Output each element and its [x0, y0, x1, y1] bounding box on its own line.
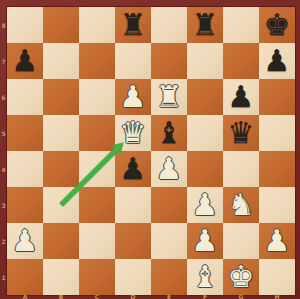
square-f3[interactable]: ♟	[187, 187, 223, 223]
piece-black-pawn[interactable]: ♟	[115, 151, 151, 187]
square-g7[interactable]	[223, 43, 259, 79]
rank-label-1: 1	[0, 274, 7, 281]
square-h5[interactable]	[259, 115, 295, 151]
piece-white-pawn[interactable]: ♟	[115, 79, 151, 115]
square-a2[interactable]: ♟	[7, 223, 43, 259]
piece-black-rook[interactable]: ♜	[187, 7, 223, 43]
square-b1[interactable]	[43, 259, 79, 295]
square-g1[interactable]: ♚	[223, 259, 259, 295]
square-f7[interactable]	[187, 43, 223, 79]
file-label-g: G	[223, 293, 259, 299]
file-label-f: F	[187, 293, 223, 299]
square-g6[interactable]: ♟	[223, 79, 259, 115]
square-g4[interactable]	[223, 151, 259, 187]
file-label-e: E	[151, 293, 187, 299]
rank-label-6: 6	[0, 94, 7, 101]
square-b2[interactable]	[43, 223, 79, 259]
square-c5[interactable]	[79, 115, 115, 151]
square-h6[interactable]	[259, 79, 295, 115]
square-c3[interactable]	[79, 187, 115, 223]
rank-label-7: 7	[0, 58, 7, 65]
square-d5[interactable]: ♛	[115, 115, 151, 151]
file-label-d: D	[115, 293, 151, 299]
square-e4[interactable]: ♟	[151, 151, 187, 187]
piece-black-rook[interactable]: ♜	[115, 7, 151, 43]
square-e5[interactable]: ♝	[151, 115, 187, 151]
square-b6[interactable]	[43, 79, 79, 115]
square-g5[interactable]: ♛	[223, 115, 259, 151]
square-a3[interactable]	[7, 187, 43, 223]
square-b3[interactable]	[43, 187, 79, 223]
rank-label-5: 5	[0, 130, 7, 137]
square-a4[interactable]	[7, 151, 43, 187]
square-d6[interactable]: ♟	[115, 79, 151, 115]
square-h7[interactable]: ♟	[259, 43, 295, 79]
chess-board: ♜♜♚♟♟♟♜♟♛♝♛♟♟♟♞♟♟♟♝♚	[7, 7, 295, 295]
piece-white-pawn[interactable]: ♟	[187, 223, 223, 259]
square-e6[interactable]: ♜	[151, 79, 187, 115]
piece-white-pawn[interactable]: ♟	[187, 187, 223, 223]
square-h3[interactable]	[259, 187, 295, 223]
square-d8[interactable]: ♜	[115, 7, 151, 43]
square-g3[interactable]: ♞	[223, 187, 259, 223]
rank-label-2: 2	[0, 238, 7, 245]
piece-white-king[interactable]: ♚	[223, 259, 259, 295]
rank-label-8: 8	[0, 22, 7, 29]
square-e1[interactable]	[151, 259, 187, 295]
piece-black-pawn[interactable]: ♟	[259, 43, 295, 79]
square-a6[interactable]	[7, 79, 43, 115]
piece-white-bishop[interactable]: ♝	[187, 259, 223, 295]
square-g2[interactable]	[223, 223, 259, 259]
square-h1[interactable]	[259, 259, 295, 295]
chess-board-frame: ♜♜♚♟♟♟♜♟♛♝♛♟♟♟♞♟♟♟♝♚ 87654321 ABCDEFGH	[0, 0, 300, 299]
square-h8[interactable]: ♚	[259, 7, 295, 43]
square-f2[interactable]: ♟	[187, 223, 223, 259]
piece-black-pawn[interactable]: ♟	[7, 43, 43, 79]
square-d3[interactable]	[115, 187, 151, 223]
file-label-h: H	[259, 293, 295, 299]
square-f6[interactable]	[187, 79, 223, 115]
piece-black-king[interactable]: ♚	[259, 7, 295, 43]
rank-label-4: 4	[0, 166, 7, 173]
file-label-b: B	[43, 293, 79, 299]
square-d1[interactable]	[115, 259, 151, 295]
piece-white-pawn[interactable]: ♟	[7, 223, 43, 259]
rank-label-3: 3	[0, 202, 7, 209]
file-label-a: A	[7, 293, 43, 299]
piece-black-bishop[interactable]: ♝	[151, 115, 187, 151]
square-c8[interactable]	[79, 7, 115, 43]
square-g8[interactable]	[223, 7, 259, 43]
piece-black-pawn[interactable]: ♟	[223, 79, 259, 115]
square-f5[interactable]	[187, 115, 223, 151]
square-e2[interactable]	[151, 223, 187, 259]
square-a7[interactable]: ♟	[7, 43, 43, 79]
piece-black-queen[interactable]: ♛	[223, 115, 259, 151]
square-f1[interactable]: ♝	[187, 259, 223, 295]
square-c2[interactable]	[79, 223, 115, 259]
file-label-c: C	[79, 293, 115, 299]
square-b8[interactable]	[43, 7, 79, 43]
square-e8[interactable]	[151, 7, 187, 43]
square-c4[interactable]	[79, 151, 115, 187]
square-b4[interactable]	[43, 151, 79, 187]
piece-white-pawn[interactable]: ♟	[151, 151, 187, 187]
square-b7[interactable]	[43, 43, 79, 79]
square-a8[interactable]	[7, 7, 43, 43]
square-a5[interactable]	[7, 115, 43, 151]
square-c1[interactable]	[79, 259, 115, 295]
piece-white-queen[interactable]: ♛	[115, 115, 151, 151]
square-d2[interactable]	[115, 223, 151, 259]
piece-white-rook[interactable]: ♜	[151, 79, 187, 115]
piece-white-pawn[interactable]: ♟	[259, 223, 295, 259]
piece-white-knight[interactable]: ♞	[223, 187, 259, 223]
square-f8[interactable]: ♜	[187, 7, 223, 43]
square-h4[interactable]	[259, 151, 295, 187]
square-c6[interactable]	[79, 79, 115, 115]
square-d4[interactable]: ♟	[115, 151, 151, 187]
square-b5[interactable]	[43, 115, 79, 151]
square-h2[interactable]: ♟	[259, 223, 295, 259]
square-e3[interactable]	[151, 187, 187, 223]
square-f4[interactable]	[187, 151, 223, 187]
square-a1[interactable]	[7, 259, 43, 295]
square-c7[interactable]	[79, 43, 115, 79]
square-e7[interactable]	[151, 43, 187, 79]
square-d7[interactable]	[115, 43, 151, 79]
